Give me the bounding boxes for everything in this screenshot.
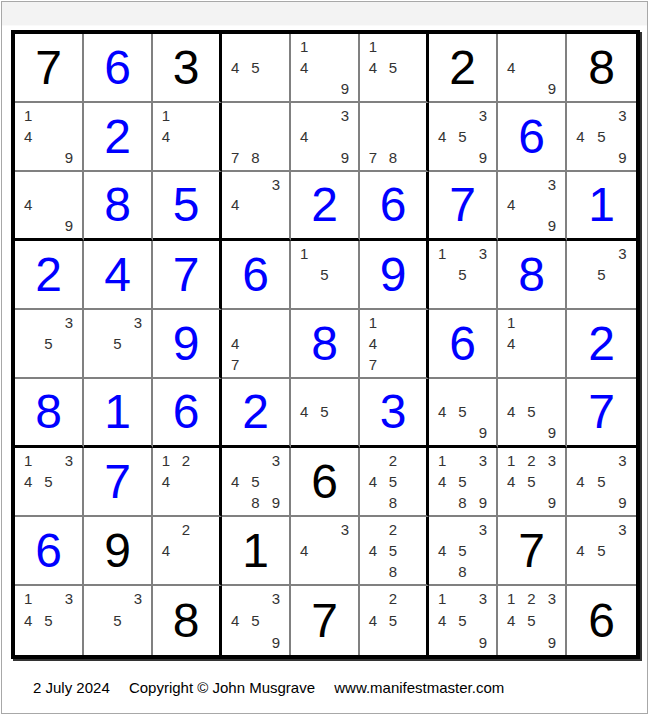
candidate-9: 9	[542, 631, 562, 653]
candidate-3: 3	[542, 588, 562, 610]
candidate-2: 2	[383, 588, 403, 610]
candidate-7: 7	[225, 147, 245, 168]
cell-r8c3[interactable]: 24	[153, 517, 222, 586]
cell-r4c5[interactable]: 15	[291, 241, 360, 310]
cell-r2c5[interactable]: 349	[291, 103, 360, 172]
candidate-3: 3	[612, 105, 633, 126]
pencil-marks: 123459	[501, 588, 562, 653]
candidate-5: 5	[452, 471, 472, 492]
candidate-4: 4	[363, 57, 383, 78]
cell-r3c9[interactable]: 1	[567, 172, 636, 241]
pencil-marks: 14	[501, 312, 562, 375]
solved-digit: 9	[153, 310, 219, 377]
cell-r7c4[interactable]: 34589	[222, 448, 291, 517]
pencil-marks: 15	[294, 243, 355, 306]
candidate-9: 9	[59, 215, 79, 236]
cell-r4c8[interactable]: 8	[498, 241, 567, 310]
cell-r1c8[interactable]: 49	[498, 34, 567, 103]
cell-r3c7[interactable]: 7	[429, 172, 498, 241]
candidate-1: 1	[432, 450, 452, 471]
candidate-4: 4	[501, 195, 521, 216]
candidate-4: 4	[294, 57, 314, 78]
candidate-1: 1	[18, 588, 38, 610]
cell-r5c3[interactable]: 9	[153, 310, 222, 379]
solved-digit: 7	[84, 448, 151, 515]
pencil-marks: 34589	[225, 450, 286, 513]
candidate-4: 4	[225, 333, 245, 354]
candidate-1: 1	[363, 36, 383, 57]
solved-digit: 6	[153, 379, 219, 445]
cell-r8c2[interactable]: 9	[84, 517, 153, 586]
solved-digit: 2	[222, 379, 289, 445]
cell-r5c1[interactable]: 35	[15, 310, 84, 379]
candidate-9: 9	[542, 78, 562, 99]
candidate-1: 1	[501, 588, 521, 610]
candidate-2: 2	[383, 450, 403, 471]
given-digit: 6	[567, 586, 636, 655]
cell-r2c7[interactable]: 3459	[429, 103, 498, 172]
candidate-9: 9	[473, 147, 493, 168]
candidate-5: 5	[452, 126, 472, 147]
given-digit: 3	[153, 34, 219, 101]
candidate-9: 9	[473, 631, 493, 653]
cell-r9c3[interactable]: 8	[153, 586, 222, 655]
candidate-9: 9	[612, 147, 633, 168]
candidate-4: 4	[225, 471, 245, 492]
candidate-3: 3	[612, 243, 633, 264]
candidate-5: 5	[452, 264, 472, 285]
candidate-4: 4	[18, 195, 38, 216]
cell-r7c3[interactable]: 124	[153, 448, 222, 517]
candidate-1: 1	[18, 450, 38, 471]
candidate-7: 7	[363, 147, 383, 168]
cell-r2c4[interactable]: 78	[222, 103, 291, 172]
candidate-4: 4	[294, 540, 314, 561]
pencil-marks: 24	[156, 519, 216, 582]
pencil-marks: 349	[501, 174, 562, 236]
pencil-marks: 147	[363, 312, 423, 375]
footer-website: www.manifestmaster.com	[334, 679, 504, 696]
candidate-9: 9	[59, 147, 79, 168]
candidate-3: 3	[473, 105, 493, 126]
cell-r1c5[interactable]: 149	[291, 34, 360, 103]
solved-digit: 1	[567, 172, 636, 238]
solved-digit: 8	[84, 172, 151, 238]
cell-r2c2[interactable]: 2	[84, 103, 153, 172]
pencil-marks: 13459	[432, 588, 493, 653]
pencil-marks: 78	[225, 105, 286, 168]
footer-date: 2 July 2024	[33, 679, 110, 696]
candidate-8: 8	[452, 492, 472, 513]
candidate-9: 9	[335, 78, 355, 99]
candidate-5: 5	[591, 471, 612, 492]
candidate-1: 1	[156, 450, 176, 471]
pencil-marks: 149	[18, 105, 79, 168]
pencil-marks: 145	[363, 36, 423, 99]
cell-r4c3[interactable]: 7	[153, 241, 222, 310]
solved-digit: 6	[222, 241, 289, 308]
candidate-9: 9	[473, 422, 493, 443]
solved-digit: 3	[360, 379, 426, 445]
solved-digit: 7	[429, 172, 496, 238]
candidate-3: 3	[473, 243, 493, 264]
candidate-2: 2	[521, 588, 541, 610]
cell-r9c2[interactable]: 35	[84, 586, 153, 655]
given-digit: 7	[15, 34, 82, 101]
candidate-5: 5	[591, 540, 612, 561]
pencil-marks: 14	[156, 105, 216, 168]
candidate-4: 4	[156, 126, 176, 147]
candidate-1: 1	[501, 312, 521, 333]
header-band	[2, 2, 647, 26]
footer: 2 July 2024 Copyright © John Musgrave ww…	[33, 679, 647, 696]
cell-r8c7[interactable]: 3458	[429, 517, 498, 586]
cell-r5c2[interactable]: 35	[84, 310, 153, 379]
candidate-4: 4	[18, 610, 38, 632]
pencil-marks: 135	[432, 243, 493, 306]
solved-digit: 2	[15, 241, 82, 308]
solved-digit: 8	[291, 310, 358, 377]
cell-r4c2[interactable]: 4	[84, 241, 153, 310]
candidate-7: 7	[363, 354, 383, 375]
cell-r6c8[interactable]: 459	[498, 379, 567, 448]
candidate-4: 4	[570, 540, 591, 561]
solved-digit: 8	[15, 379, 82, 445]
cell-r3c3[interactable]: 5	[153, 172, 222, 241]
cell-r1c3[interactable]: 3	[153, 34, 222, 103]
candidate-2: 2	[176, 450, 196, 471]
candidate-5: 5	[245, 471, 265, 492]
candidate-1: 1	[156, 105, 176, 126]
pencil-marks: 134589	[432, 450, 493, 513]
cell-r1c2[interactable]: 6	[84, 34, 153, 103]
cell-r3c6[interactable]: 6	[360, 172, 429, 241]
solved-digit: 6	[429, 310, 496, 377]
solved-digit: 9	[360, 241, 426, 308]
candidate-9: 9	[612, 492, 633, 513]
cell-r1c7[interactable]: 2	[429, 34, 498, 103]
cell-r1c1[interactable]: 7	[15, 34, 84, 103]
cell-r5c6[interactable]: 147	[360, 310, 429, 379]
pencil-marks: 123459	[501, 450, 562, 513]
given-digit: 2	[429, 34, 496, 101]
candidate-9: 9	[542, 422, 562, 443]
candidate-4: 4	[570, 471, 591, 492]
candidate-3: 3	[612, 519, 633, 540]
cell-r4c7[interactable]: 135	[429, 241, 498, 310]
candidate-8: 8	[245, 147, 265, 168]
given-digit: 1	[222, 517, 289, 584]
candidate-5: 5	[452, 610, 472, 632]
candidate-1: 1	[363, 312, 383, 333]
cell-r3c1[interactable]: 49	[15, 172, 84, 241]
candidate-3: 3	[128, 588, 148, 610]
candidate-5: 5	[245, 57, 265, 78]
candidate-5: 5	[245, 610, 265, 632]
candidate-4: 4	[432, 471, 452, 492]
candidate-4: 4	[225, 610, 245, 632]
candidate-4: 4	[225, 195, 245, 216]
candidate-2: 2	[383, 519, 403, 540]
candidate-3: 3	[266, 588, 286, 610]
given-digit: 9	[84, 517, 151, 584]
candidate-4: 4	[294, 402, 314, 423]
pencil-marks: 2458	[363, 450, 423, 513]
cell-r8c8[interactable]: 7	[498, 517, 567, 586]
puzzle-page: 7634514914524981492147834978345963459498…	[1, 1, 648, 714]
pencil-marks: 45	[294, 381, 355, 443]
cell-r2c1[interactable]: 149	[15, 103, 84, 172]
candidate-8: 8	[383, 492, 403, 513]
candidate-5: 5	[383, 540, 403, 561]
candidate-4: 4	[156, 540, 176, 561]
cell-r5c4[interactable]: 47	[222, 310, 291, 379]
pencil-marks: 49	[501, 36, 562, 99]
cell-r9c6[interactable]: 245	[360, 586, 429, 655]
candidate-3: 3	[473, 450, 493, 471]
candidate-4: 4	[501, 402, 521, 423]
candidate-4: 4	[501, 610, 521, 632]
candidate-5: 5	[521, 471, 541, 492]
candidate-3: 3	[473, 519, 493, 540]
cell-r5c9[interactable]: 2	[567, 310, 636, 379]
candidate-4: 4	[432, 402, 452, 423]
given-digit: 7	[291, 586, 358, 655]
cell-r6c1[interactable]: 8	[15, 379, 84, 448]
cell-r2c8[interactable]: 6	[498, 103, 567, 172]
pencil-marks: 45	[225, 36, 286, 99]
cell-r1c4[interactable]: 45	[222, 34, 291, 103]
cell-r9c8[interactable]: 123459	[498, 586, 567, 655]
cell-r3c5[interactable]: 2	[291, 172, 360, 241]
cell-r6c2[interactable]: 1	[84, 379, 153, 448]
candidate-8: 8	[245, 492, 265, 513]
cell-r8c1[interactable]: 6	[15, 517, 84, 586]
cell-r5c8[interactable]: 14	[498, 310, 567, 379]
pencil-marks: 149	[294, 36, 355, 99]
candidate-4: 4	[156, 471, 176, 492]
cell-r4c6[interactable]: 9	[360, 241, 429, 310]
candidate-2: 2	[176, 519, 196, 540]
solved-digit: 1	[84, 379, 151, 445]
cell-r3c8[interactable]: 349	[498, 172, 567, 241]
pencil-marks: 3459	[570, 450, 633, 513]
pencil-marks: 459	[432, 381, 493, 443]
solved-digit: 7	[567, 379, 636, 445]
cell-r6c9[interactable]: 7	[567, 379, 636, 448]
candidate-1: 1	[294, 36, 314, 57]
candidate-1: 1	[294, 243, 314, 264]
pencil-marks: 49	[18, 174, 79, 236]
candidate-5: 5	[38, 333, 58, 354]
candidate-4: 4	[432, 540, 452, 561]
pencil-marks: 245	[363, 588, 423, 653]
pencil-marks: 345	[570, 519, 633, 582]
candidate-4: 4	[294, 126, 314, 147]
cell-r4c1[interactable]: 2	[15, 241, 84, 310]
candidate-4: 4	[363, 540, 383, 561]
candidate-5: 5	[521, 402, 541, 423]
solved-digit: 7	[153, 241, 219, 308]
sudoku-board: 7634514914524981492147834978345963459498…	[11, 30, 640, 659]
candidate-5: 5	[452, 540, 472, 561]
cell-r1c6[interactable]: 145	[360, 34, 429, 103]
cell-r6c6[interactable]: 3	[360, 379, 429, 448]
pencil-marks: 34	[294, 519, 355, 582]
cell-r9c1[interactable]: 1345	[15, 586, 84, 655]
cell-r2c3[interactable]: 14	[153, 103, 222, 172]
solved-digit: 6	[15, 517, 82, 584]
candidate-2: 2	[521, 450, 541, 471]
candidate-9: 9	[542, 492, 562, 513]
cell-r8c9[interactable]: 345	[567, 517, 636, 586]
candidate-5: 5	[383, 57, 403, 78]
candidate-4: 4	[18, 471, 38, 492]
cell-r4c4[interactable]: 6	[222, 241, 291, 310]
candidate-8: 8	[452, 561, 472, 582]
candidate-4: 4	[501, 57, 521, 78]
pencil-marks: 35	[87, 312, 148, 375]
cell-r2c9[interactable]: 3459	[567, 103, 636, 172]
cell-r8c4[interactable]: 1	[222, 517, 291, 586]
candidate-7: 7	[225, 354, 245, 375]
candidate-4: 4	[18, 126, 38, 147]
cell-r7c7[interactable]: 134589	[429, 448, 498, 517]
candidate-9: 9	[473, 492, 493, 513]
cell-r5c5[interactable]: 8	[291, 310, 360, 379]
cell-r7c8[interactable]: 123459	[498, 448, 567, 517]
solved-digit: 2	[291, 172, 358, 238]
solved-digit: 6	[498, 103, 565, 170]
pencil-marks: 1345	[18, 588, 79, 653]
candidate-8: 8	[383, 147, 403, 168]
pencil-marks: 3458	[432, 519, 493, 582]
candidate-5: 5	[38, 471, 58, 492]
cell-r9c5[interactable]: 7	[291, 586, 360, 655]
candidate-5: 5	[383, 610, 403, 632]
cell-r7c2[interactable]: 7	[84, 448, 153, 517]
cell-r6c4[interactable]: 2	[222, 379, 291, 448]
candidate-5: 5	[314, 402, 334, 423]
pencil-marks: 459	[501, 381, 562, 443]
cell-r9c7[interactable]: 13459	[429, 586, 498, 655]
cell-r6c7[interactable]: 459	[429, 379, 498, 448]
candidate-4: 4	[501, 333, 521, 354]
candidate-3: 3	[612, 450, 633, 471]
candidate-5: 5	[452, 402, 472, 423]
candidate-8: 8	[383, 561, 403, 582]
cell-r3c4[interactable]: 34	[222, 172, 291, 241]
cell-r8c6[interactable]: 2458	[360, 517, 429, 586]
pencil-marks: 2458	[363, 519, 423, 582]
candidate-9: 9	[542, 215, 562, 236]
pencil-marks: 349	[294, 105, 355, 168]
candidate-1: 1	[432, 243, 452, 264]
pencil-marks: 78	[363, 105, 423, 168]
candidate-3: 3	[59, 450, 79, 471]
candidate-3: 3	[335, 105, 355, 126]
pencil-marks: 1345	[18, 450, 79, 513]
candidate-5: 5	[38, 610, 58, 632]
pencil-marks: 35	[18, 312, 79, 375]
candidate-5: 5	[107, 333, 127, 354]
candidate-5: 5	[107, 610, 127, 632]
candidate-9: 9	[266, 631, 286, 653]
given-digit: 8	[567, 34, 636, 101]
solved-digit: 5	[153, 172, 219, 238]
pencil-marks: 34	[225, 174, 286, 236]
candidate-4: 4	[432, 126, 452, 147]
solved-digit: 6	[360, 172, 426, 238]
cell-r9c9[interactable]: 6	[567, 586, 636, 655]
cell-r1c9[interactable]: 8	[567, 34, 636, 103]
candidate-9: 9	[266, 492, 286, 513]
candidate-4: 4	[363, 333, 383, 354]
cell-r8c5[interactable]: 34	[291, 517, 360, 586]
candidate-3: 3	[266, 174, 286, 195]
candidate-4: 4	[363, 471, 383, 492]
candidate-1: 1	[501, 450, 521, 471]
candidate-5: 5	[383, 471, 403, 492]
solved-digit: 8	[498, 241, 565, 308]
pencil-marks: 3459	[432, 105, 493, 168]
candidate-4: 4	[363, 610, 383, 632]
cell-r6c3[interactable]: 6	[153, 379, 222, 448]
cell-r3c2[interactable]: 8	[84, 172, 153, 241]
candidate-3: 3	[335, 519, 355, 540]
candidate-3: 3	[266, 450, 286, 471]
cell-r7c5[interactable]: 6	[291, 448, 360, 517]
solved-digit: 2	[84, 103, 151, 170]
given-digit: 8	[153, 586, 219, 655]
pencil-marks: 47	[225, 312, 286, 375]
candidate-4: 4	[501, 471, 521, 492]
footer-copyright: Copyright © John Musgrave	[129, 679, 315, 696]
candidate-3: 3	[542, 174, 562, 195]
cell-r4c9[interactable]: 35	[567, 241, 636, 310]
solved-digit: 4	[84, 241, 151, 308]
pencil-marks: 35	[570, 243, 633, 306]
candidate-1: 1	[432, 588, 452, 610]
candidate-4: 4	[225, 57, 245, 78]
candidate-3: 3	[59, 312, 79, 333]
candidate-9: 9	[335, 147, 355, 168]
candidate-4: 4	[432, 610, 452, 632]
cell-r7c6[interactable]: 2458	[360, 448, 429, 517]
cell-r2c6[interactable]: 78	[360, 103, 429, 172]
cell-r5c7[interactable]: 6	[429, 310, 498, 379]
cell-r6c5[interactable]: 45	[291, 379, 360, 448]
solved-digit: 2	[567, 310, 636, 377]
candidate-3: 3	[59, 588, 79, 610]
given-digit: 6	[291, 448, 358, 515]
cell-r9c4[interactable]: 3459	[222, 586, 291, 655]
candidate-1: 1	[18, 105, 38, 126]
given-digit: 7	[498, 517, 565, 584]
candidate-4: 4	[570, 126, 591, 147]
cell-r7c1[interactable]: 1345	[15, 448, 84, 517]
candidate-3: 3	[128, 312, 148, 333]
pencil-marks: 3459	[225, 588, 286, 653]
solved-digit: 6	[84, 34, 151, 101]
candidate-3: 3	[542, 450, 562, 471]
pencil-marks: 124	[156, 450, 216, 513]
candidate-5: 5	[591, 126, 612, 147]
candidate-5: 5	[591, 264, 612, 285]
pencil-marks: 3459	[570, 105, 633, 168]
pencil-marks: 35	[87, 588, 148, 653]
cell-r7c9[interactable]: 3459	[567, 448, 636, 517]
